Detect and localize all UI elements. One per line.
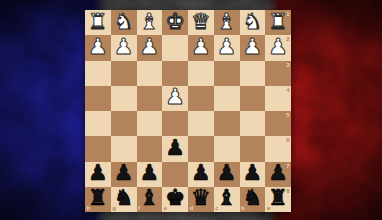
white-knight[interactable]: ♞ [114, 11, 134, 33]
black-pawn[interactable]: ♟ [268, 162, 288, 184]
square-a1[interactable]: ♜1 [265, 10, 291, 35]
square-f2[interactable]: ♟ [137, 35, 163, 60]
white-king[interactable]: ♚ [165, 11, 185, 33]
square-h4[interactable] [85, 86, 111, 111]
file-label-b: b [241, 205, 245, 211]
square-c6[interactable] [214, 136, 240, 161]
square-d8[interactable]: ♛d [188, 187, 214, 212]
square-b7[interactable]: ♟ [240, 162, 266, 187]
square-h7[interactable]: ♟ [85, 162, 111, 187]
square-g7[interactable]: ♟ [111, 162, 137, 187]
square-f3[interactable] [137, 61, 163, 86]
black-pawn[interactable]: ♟ [217, 162, 237, 184]
file-label-h: h [87, 205, 91, 211]
square-f1[interactable]: ♝ [137, 10, 163, 35]
white-pawn[interactable]: ♟ [165, 86, 185, 108]
white-rook[interactable]: ♜ [88, 11, 108, 33]
square-d6[interactable] [188, 136, 214, 161]
square-h1[interactable]: ♜ [85, 10, 111, 35]
black-pawn[interactable]: ♟ [191, 162, 211, 184]
black-rook[interactable]: ♜ [88, 187, 108, 209]
square-f7[interactable]: ♟ [137, 162, 163, 187]
white-pawn[interactable]: ♟ [268, 36, 288, 58]
square-c3[interactable] [214, 61, 240, 86]
square-h3[interactable] [85, 61, 111, 86]
rank-label-8: 8 [286, 188, 289, 194]
square-g8[interactable]: ♞g [111, 187, 137, 212]
black-queen[interactable]: ♛ [191, 187, 211, 209]
square-h5[interactable] [85, 111, 111, 136]
square-d5[interactable] [188, 111, 214, 136]
square-a4[interactable]: 4 [265, 86, 291, 111]
scene: ♜♞♝♚♛♝♞♜1♟♟♟♟♟♟♟23♟45♟6♟♟♟♟♟♟♟7♜h♞g♝f♚e♛… [0, 0, 382, 220]
square-g1[interactable]: ♞ [111, 10, 137, 35]
square-e4[interactable]: ♟ [162, 86, 188, 111]
black-bishop[interactable]: ♝ [217, 187, 237, 209]
square-f5[interactable] [137, 111, 163, 136]
rank-label-7: 7 [286, 163, 289, 169]
square-a3[interactable]: 3 [265, 61, 291, 86]
square-c5[interactable] [214, 111, 240, 136]
square-b1[interactable]: ♞ [240, 10, 266, 35]
rank-label-5: 5 [286, 112, 289, 118]
file-label-d: d [190, 205, 194, 211]
square-c1[interactable]: ♝ [214, 10, 240, 35]
black-rook[interactable]: ♜ [268, 187, 288, 209]
white-bishop[interactable]: ♝ [217, 11, 237, 33]
square-a7[interactable]: ♟7 [265, 162, 291, 187]
square-d7[interactable]: ♟ [188, 162, 214, 187]
file-label-a: a [267, 205, 270, 211]
file-label-f: f [138, 205, 140, 211]
square-d4[interactable] [188, 86, 214, 111]
square-b3[interactable] [240, 61, 266, 86]
white-rook[interactable]: ♜ [268, 11, 288, 33]
square-g6[interactable] [111, 136, 137, 161]
white-queen[interactable]: ♛ [191, 11, 211, 33]
black-pawn[interactable]: ♟ [114, 162, 134, 184]
square-g2[interactable]: ♟ [111, 35, 137, 60]
rank-label-1: 1 [286, 11, 289, 17]
square-b8[interactable]: ♞b [240, 187, 266, 212]
square-b5[interactable] [240, 111, 266, 136]
square-g3[interactable] [111, 61, 137, 86]
square-c7[interactable]: ♟ [214, 162, 240, 187]
file-label-g: g [112, 205, 116, 211]
square-b6[interactable] [240, 136, 266, 161]
square-e5[interactable] [162, 111, 188, 136]
square-e6[interactable]: ♟ [162, 136, 188, 161]
square-f4[interactable] [137, 86, 163, 111]
square-b4[interactable] [240, 86, 266, 111]
white-pawn[interactable]: ♟ [140, 36, 160, 58]
square-h2[interactable]: ♟ [85, 35, 111, 60]
white-knight[interactable]: ♞ [243, 11, 263, 33]
rank-label-6: 6 [286, 137, 289, 143]
square-f8[interactable]: ♝f [137, 187, 163, 212]
black-pawn[interactable]: ♟ [140, 162, 160, 184]
square-e8[interactable]: ♚e [162, 187, 188, 212]
square-h6[interactable] [85, 136, 111, 161]
black-king[interactable]: ♚ [165, 187, 185, 209]
square-e2[interactable] [162, 35, 188, 60]
white-pawn[interactable]: ♟ [217, 36, 237, 58]
square-e3[interactable] [162, 61, 188, 86]
black-pawn[interactable]: ♟ [243, 162, 263, 184]
white-pawn[interactable]: ♟ [191, 36, 211, 58]
white-bishop[interactable]: ♝ [140, 11, 160, 33]
square-g4[interactable] [111, 86, 137, 111]
white-pawn[interactable]: ♟ [243, 36, 263, 58]
square-a6[interactable]: 6 [265, 136, 291, 161]
square-d2[interactable]: ♟ [188, 35, 214, 60]
white-pawn[interactable]: ♟ [88, 36, 108, 58]
black-bishop[interactable]: ♝ [140, 187, 160, 209]
black-pawn[interactable]: ♟ [165, 137, 185, 159]
file-label-c: c [215, 205, 218, 211]
square-d3[interactable] [188, 61, 214, 86]
square-f6[interactable] [137, 136, 163, 161]
file-label-e: e [164, 205, 167, 211]
square-h8[interactable]: ♜h [85, 187, 111, 212]
square-a5[interactable]: 5 [265, 111, 291, 136]
square-b2[interactable]: ♟ [240, 35, 266, 60]
square-e7[interactable] [162, 162, 188, 187]
black-pawn[interactable]: ♟ [88, 162, 108, 184]
white-pawn[interactable]: ♟ [114, 36, 134, 58]
square-c4[interactable] [214, 86, 240, 111]
rank-label-3: 3 [286, 62, 289, 68]
black-knight[interactable]: ♞ [114, 187, 134, 209]
rank-label-2: 2 [286, 36, 289, 42]
black-knight[interactable]: ♞ [243, 187, 263, 209]
square-a2[interactable]: ♟2 [265, 35, 291, 60]
square-a8[interactable]: ♜8a [265, 187, 291, 212]
square-e1[interactable]: ♚ [162, 10, 188, 35]
square-c2[interactable]: ♟ [214, 35, 240, 60]
chess-board: ♜♞♝♚♛♝♞♜1♟♟♟♟♟♟♟23♟45♟6♟♟♟♟♟♟♟7♜h♞g♝f♚e♛… [85, 10, 291, 212]
rank-label-4: 4 [286, 87, 289, 93]
square-g5[interactable] [111, 111, 137, 136]
square-d1[interactable]: ♛ [188, 10, 214, 35]
square-c8[interactable]: ♝c [214, 187, 240, 212]
